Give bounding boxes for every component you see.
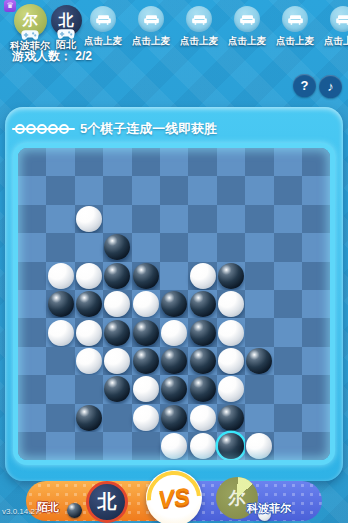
board-cell[interactable]	[103, 404, 131, 432]
board-cell[interactable]	[75, 404, 103, 432]
board-cell[interactable]	[103, 318, 131, 346]
black-stone	[104, 263, 130, 289]
board-cell[interactable]	[132, 290, 160, 318]
black-stone	[104, 234, 130, 260]
board-cell[interactable]	[160, 233, 188, 261]
black-stone	[190, 348, 216, 374]
board-cell[interactable]	[274, 176, 302, 204]
white-stone	[133, 376, 159, 402]
white-stone	[76, 263, 102, 289]
rule-dot	[48, 124, 58, 134]
white-stone	[218, 320, 244, 346]
board-cell[interactable]	[274, 205, 302, 233]
black-stone	[48, 291, 74, 317]
board-cell[interactable]	[132, 262, 160, 290]
white-stone	[246, 433, 272, 459]
board-cell[interactable]	[302, 375, 330, 403]
board-cell[interactable]	[132, 148, 160, 176]
board-cell[interactable]	[274, 318, 302, 346]
board-cell[interactable]	[46, 205, 74, 233]
board-cell[interactable]	[46, 176, 74, 204]
board-cell[interactable]	[188, 318, 216, 346]
board-cell[interactable]	[18, 233, 46, 261]
board-cell[interactable]	[302, 318, 330, 346]
black-stone	[161, 348, 187, 374]
seat-label: 点击上麦	[175, 35, 223, 48]
question-mark-icon: ?	[301, 78, 309, 93]
black-stone	[104, 376, 130, 402]
black-stone	[190, 320, 216, 346]
board-cell[interactable]	[217, 233, 245, 261]
board-cell[interactable]	[132, 233, 160, 261]
seat-label: 点击上麦	[271, 35, 319, 48]
black-stone	[133, 320, 159, 346]
board-cell[interactable]	[188, 290, 216, 318]
board-cell[interactable]	[188, 347, 216, 375]
board-cell[interactable]	[132, 205, 160, 233]
board-cell[interactable]	[160, 290, 188, 318]
voice-seat[interactable]: 点击上麦	[319, 0, 348, 48]
black-stone	[246, 348, 272, 374]
rule-text: 5个棋子连成一线即获胜	[80, 120, 217, 138]
board-cell[interactable]	[75, 347, 103, 375]
board-cell[interactable]	[103, 375, 131, 403]
black-stone	[76, 405, 102, 431]
music-note-icon: ♪	[327, 79, 334, 94]
board-cell[interactable]	[245, 176, 273, 204]
board-cell[interactable]	[302, 432, 330, 460]
board-cell[interactable]	[217, 290, 245, 318]
board-cell[interactable]	[188, 432, 216, 460]
white-stone	[161, 320, 187, 346]
board-cell[interactable]	[103, 432, 131, 460]
board-cell[interactable]	[46, 290, 74, 318]
board-cell[interactable]	[18, 404, 46, 432]
white-stone	[76, 348, 102, 374]
board-cell[interactable]	[188, 262, 216, 290]
board-cell[interactable]	[274, 148, 302, 176]
white-stone	[104, 348, 130, 374]
board-cell[interactable]	[18, 262, 46, 290]
music-button[interactable]: ♪	[319, 75, 342, 98]
versus-left-avatar: 北	[86, 481, 128, 523]
board-cell[interactable]	[103, 205, 131, 233]
board-cell[interactable]	[103, 290, 131, 318]
board-cell[interactable]	[160, 262, 188, 290]
black-stone	[190, 376, 216, 402]
black-stone-icon	[67, 503, 82, 518]
rule-dot	[26, 124, 36, 134]
board-panel: 5个棋子连成一线即获胜	[5, 107, 343, 481]
black-stone	[218, 263, 244, 289]
board-cell[interactable]	[245, 375, 273, 403]
white-stone	[218, 376, 244, 402]
rule-dots	[15, 123, 71, 135]
board-cell[interactable]	[18, 176, 46, 204]
board-cell[interactable]	[132, 432, 160, 460]
board-cell[interactable]	[245, 205, 273, 233]
board-cell[interactable]	[160, 148, 188, 176]
board-cell[interactable]	[18, 148, 46, 176]
board-cell[interactable]	[160, 176, 188, 204]
board-frame	[13, 143, 335, 465]
board-cell[interactable]	[18, 290, 46, 318]
board-cell[interactable]	[160, 404, 188, 432]
board-cell[interactable]	[302, 347, 330, 375]
white-stone	[190, 405, 216, 431]
white-stone	[190, 433, 216, 459]
board-cell[interactable]	[302, 233, 330, 261]
board-cell[interactable]	[274, 347, 302, 375]
board-cell[interactable]	[103, 347, 131, 375]
board-cell[interactable]	[274, 404, 302, 432]
seat-sofa-icon	[144, 14, 159, 25]
board-cell[interactable]	[75, 262, 103, 290]
board-cell[interactable]	[188, 205, 216, 233]
black-stone	[218, 405, 244, 431]
black-stone-last-move	[218, 433, 244, 459]
board-cell[interactable]	[132, 176, 160, 204]
board-cell[interactable]	[103, 176, 131, 204]
board-cell[interactable]	[302, 262, 330, 290]
seat-sofa-icon	[96, 14, 111, 25]
black-stone	[104, 320, 130, 346]
board-cell[interactable]	[160, 205, 188, 233]
versus-right-name: 科波菲尔	[247, 501, 291, 516]
vs-badge: VS	[146, 470, 202, 523]
board-cell[interactable]	[188, 176, 216, 204]
player1-avatar-char: 尔	[23, 11, 38, 30]
board-cell[interactable]	[46, 404, 74, 432]
board-cell[interactable]	[188, 148, 216, 176]
board-cell[interactable]	[75, 432, 103, 460]
seat-sofa-icon	[240, 14, 255, 25]
board-cell[interactable]	[18, 205, 46, 233]
versus-left-name: 陌北	[37, 500, 59, 515]
board-cell[interactable]	[46, 318, 74, 346]
black-stone	[161, 405, 187, 431]
board-cell[interactable]	[274, 290, 302, 318]
white-stone	[76, 320, 102, 346]
board-cell[interactable]	[46, 148, 74, 176]
board-cell[interactable]	[302, 205, 330, 233]
player-count-label: 游戏人数： 2/2	[12, 48, 92, 65]
board-cell[interactable]	[274, 233, 302, 261]
white-stone	[48, 320, 74, 346]
black-stone	[76, 291, 102, 317]
board-cell[interactable]	[274, 375, 302, 403]
board-cell[interactable]	[160, 375, 188, 403]
vip-badge-icon: ♛	[4, 0, 16, 12]
white-stone	[218, 291, 244, 317]
white-stone	[218, 348, 244, 374]
voice-seat[interactable]: 点击上麦	[127, 0, 175, 48]
help-button[interactable]: ?	[293, 74, 316, 97]
board-cell[interactable]	[302, 290, 330, 318]
board-cell[interactable]	[217, 318, 245, 346]
white-stone	[190, 263, 216, 289]
board-cell[interactable]	[75, 375, 103, 403]
black-stone	[161, 376, 187, 402]
white-stone	[161, 433, 187, 459]
board-cell[interactable]	[245, 404, 273, 432]
gamepad-icon	[57, 28, 76, 40]
seat-label: 点击上麦	[319, 35, 348, 48]
board-cell[interactable]	[217, 375, 245, 403]
seat-row: 点击上麦 点击上麦 点击上麦	[79, 0, 348, 48]
board-cell[interactable]	[46, 432, 74, 460]
white-stone	[76, 206, 102, 232]
board-cell[interactable]	[18, 318, 46, 346]
board-cell[interactable]	[160, 318, 188, 346]
black-stone	[190, 291, 216, 317]
board-cell[interactable]	[18, 432, 46, 460]
board-cell[interactable]	[103, 233, 131, 261]
board-cell[interactable]	[188, 375, 216, 403]
player2-avatar[interactable]: 北	[51, 5, 82, 36]
board-grid	[18, 148, 330, 460]
board-cell[interactable]	[245, 233, 273, 261]
voice-seat[interactable]: 点击上麦	[175, 0, 223, 48]
black-stone	[133, 348, 159, 374]
board-cell[interactable]	[217, 148, 245, 176]
board-cell[interactable]	[75, 148, 103, 176]
board-cell[interactable]	[245, 318, 273, 346]
board-cell[interactable]	[160, 347, 188, 375]
board-cell[interactable]	[75, 205, 103, 233]
voice-seat[interactable]: 点击上麦	[223, 0, 271, 48]
white-stone	[133, 291, 159, 317]
board-cell[interactable]	[217, 262, 245, 290]
board-cell[interactable]	[132, 318, 160, 346]
board-cell[interactable]	[46, 347, 74, 375]
black-stone	[133, 263, 159, 289]
board-cell[interactable]	[188, 233, 216, 261]
seat-sofa-icon	[336, 14, 348, 25]
board-cell[interactable]	[245, 148, 273, 176]
board-cell[interactable]	[217, 347, 245, 375]
white-stone	[48, 263, 74, 289]
board-cell[interactable]	[245, 432, 273, 460]
board-cell[interactable]	[46, 233, 74, 261]
board-cell[interactable]	[103, 262, 131, 290]
board-cell[interactable]	[75, 233, 103, 261]
board-cell[interactable]	[217, 404, 245, 432]
board-cell[interactable]	[217, 432, 245, 460]
board-cell[interactable]	[46, 375, 74, 403]
rule-banner: 5个棋子连成一线即获胜	[13, 118, 335, 140]
board-cell[interactable]	[274, 432, 302, 460]
rule-dot	[59, 124, 69, 134]
voice-seat[interactable]: 点击上麦	[79, 0, 127, 48]
board-cell[interactable]	[302, 148, 330, 176]
voice-seat[interactable]: 点击上麦	[271, 0, 319, 48]
board-cell[interactable]	[75, 290, 103, 318]
board-cell[interactable]	[160, 432, 188, 460]
white-stone	[104, 291, 130, 317]
board-cell[interactable]	[75, 176, 103, 204]
board-cell[interactable]	[75, 318, 103, 346]
version-label: v3.0.14.27	[2, 507, 39, 516]
versus-left-avatar-char: 北	[98, 489, 117, 515]
board-cell[interactable]	[132, 347, 160, 375]
seat-sofa-icon	[192, 14, 207, 25]
seat-label: 点击上麦	[223, 35, 271, 48]
board-cell[interactable]	[18, 375, 46, 403]
board-cell[interactable]	[217, 176, 245, 204]
white-stone	[133, 405, 159, 431]
board-cell[interactable]	[245, 347, 273, 375]
seat-label: 点击上麦	[79, 35, 127, 48]
board-cell[interactable]	[132, 404, 160, 432]
board-cell[interactable]	[302, 404, 330, 432]
rule-dot	[37, 124, 47, 134]
board-cell[interactable]	[245, 290, 273, 318]
rule-dot	[15, 124, 25, 134]
board-cell[interactable]	[302, 176, 330, 204]
gamepad-icon	[21, 29, 40, 41]
black-stone	[161, 291, 187, 317]
board-cell[interactable]	[217, 205, 245, 233]
board-cell[interactable]	[103, 148, 131, 176]
board-cell[interactable]	[274, 262, 302, 290]
seat-sofa-icon	[288, 14, 303, 25]
board-cell[interactable]	[245, 262, 273, 290]
game-room-screen: ♛ 尔 科波菲尔 北 陌北	[0, 0, 348, 523]
seat-label: 点击上麦	[127, 35, 175, 48]
vs-label: VS	[157, 482, 192, 513]
board-cell[interactable]	[46, 262, 74, 290]
board-cell[interactable]	[188, 404, 216, 432]
board-cell[interactable]	[132, 375, 160, 403]
board-cell[interactable]	[18, 347, 46, 375]
